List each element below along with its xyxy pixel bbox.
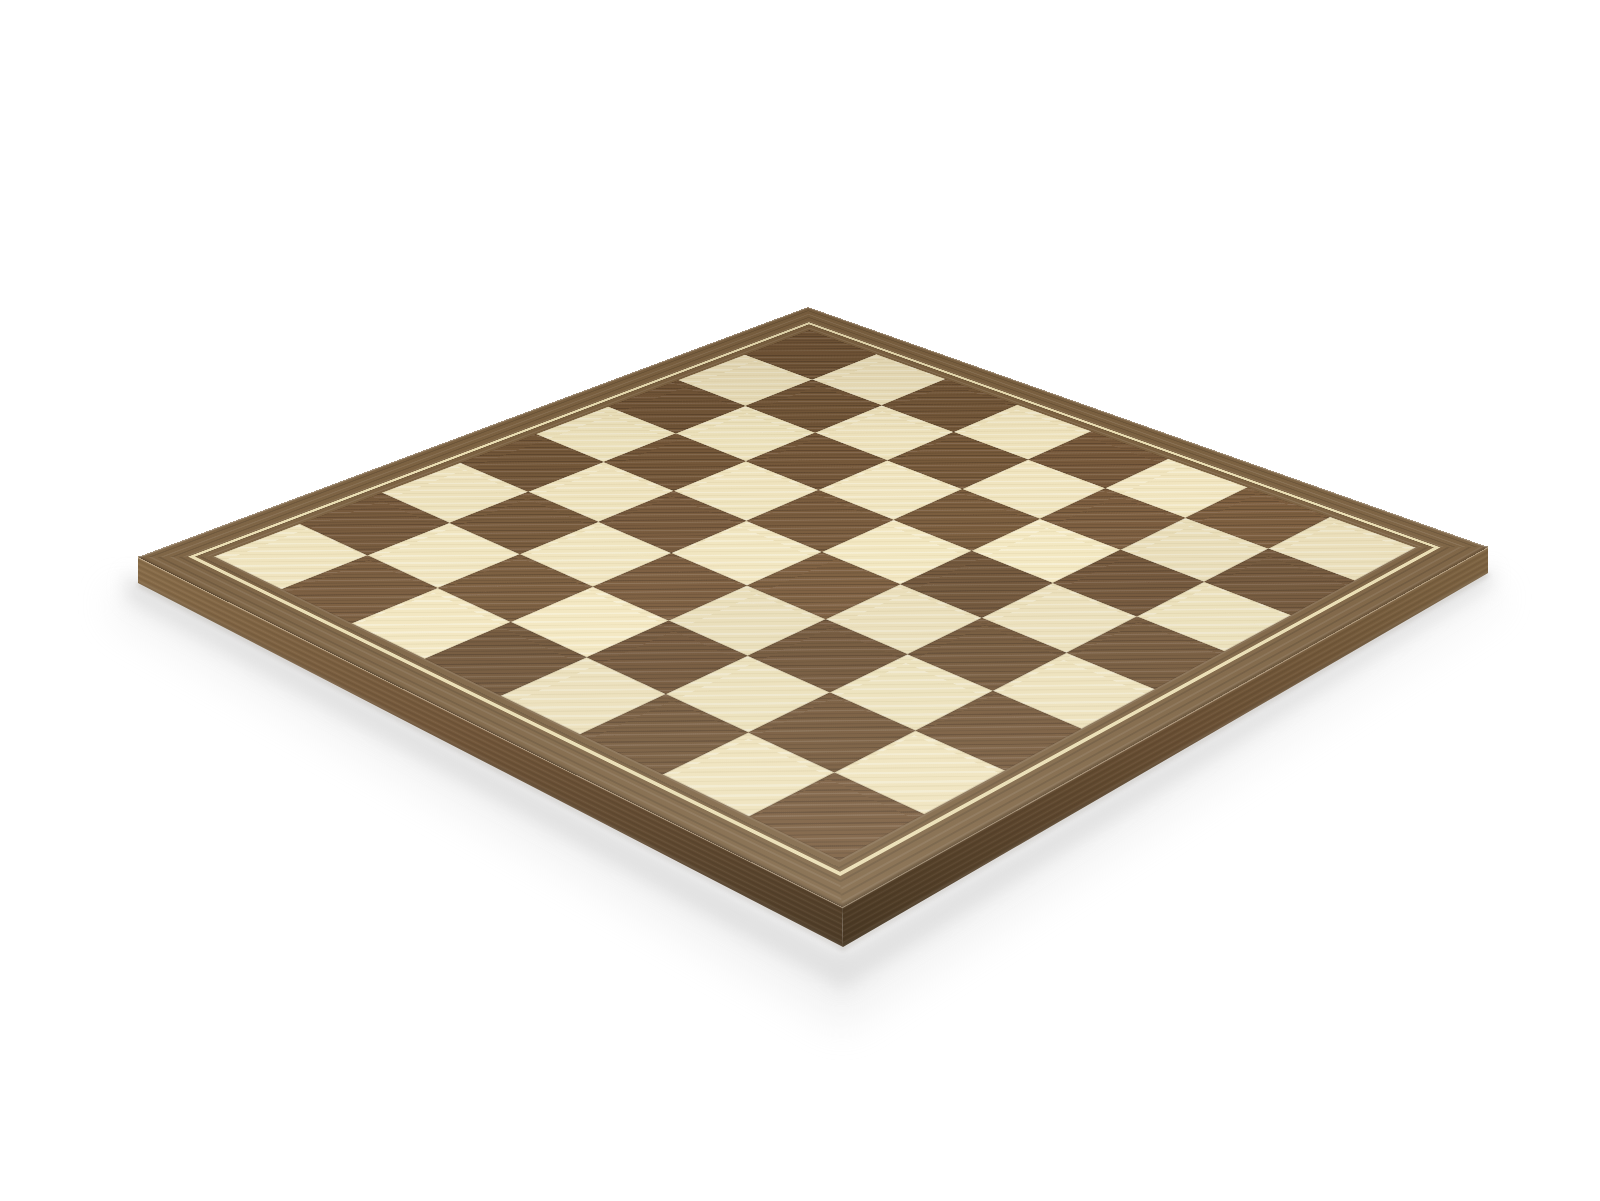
product-photo-scene [0,0,1600,1201]
